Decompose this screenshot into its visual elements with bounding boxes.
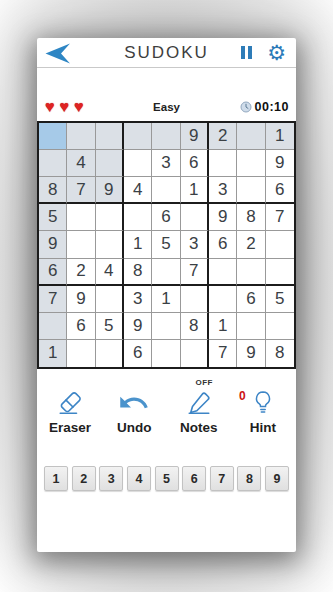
cell-r2c4[interactable]	[124, 150, 152, 177]
cell-r9c4[interactable]: 6	[124, 340, 152, 367]
cell-r8c4[interactable]: 9	[124, 313, 152, 340]
cell-r7c8[interactable]: 6	[237, 286, 265, 313]
cell-r9c6[interactable]	[181, 340, 209, 367]
numpad-key-5[interactable]: 5	[155, 466, 179, 491]
hint-count-badge: 0	[239, 389, 246, 403]
cell-r1c4[interactable]	[124, 123, 152, 150]
cell-r6c2[interactable]: 2	[67, 259, 95, 286]
cell-r9c8[interactable]: 9	[237, 340, 265, 367]
cell-r1c9[interactable]: 1	[266, 123, 294, 150]
cell-r4c7[interactable]: 9	[209, 204, 237, 231]
cell-r2c9[interactable]: 9	[266, 150, 294, 177]
cell-r3c4[interactable]: 4	[124, 177, 152, 204]
cell-r8c6[interactable]: 8	[181, 313, 209, 340]
cell-r2c8[interactable]	[237, 150, 265, 177]
sudoku-board: 9214369879413656987915362624877931656598…	[37, 121, 296, 369]
cell-r5c6[interactable]: 3	[181, 231, 209, 258]
cell-r8c9[interactable]	[266, 313, 294, 340]
numpad-key-7[interactable]: 7	[210, 466, 234, 491]
cell-r3c5[interactable]	[152, 177, 180, 204]
lightbulb-icon	[251, 386, 275, 416]
cell-r3c1[interactable]: 8	[39, 177, 67, 204]
cell-r2c1[interactable]	[39, 150, 67, 177]
cell-r3c3[interactable]: 9	[96, 177, 124, 204]
pause-button[interactable]	[239, 44, 254, 61]
numpad-key-9[interactable]: 9	[265, 466, 289, 491]
cell-r6c1[interactable]: 6	[39, 259, 67, 286]
cell-r2c5[interactable]: 3	[152, 150, 180, 177]
cell-r4c8[interactable]: 8	[237, 204, 265, 231]
header: SUDOKU ⚙	[37, 38, 296, 68]
cell-r3c6[interactable]: 1	[181, 177, 209, 204]
cell-r9c5[interactable]	[152, 340, 180, 367]
toolbar: Eraser Undo OFF Notes 0	[37, 386, 296, 444]
numpad-key-1[interactable]: 1	[44, 466, 68, 491]
cell-r4c2[interactable]	[67, 204, 95, 231]
cell-r5c4[interactable]: 1	[124, 231, 152, 258]
cell-r4c4[interactable]	[124, 204, 152, 231]
cell-r7c6[interactable]	[181, 286, 209, 313]
cell-r2c3[interactable]	[96, 150, 124, 177]
cell-r8c8[interactable]	[237, 313, 265, 340]
cell-r1c6[interactable]: 9	[181, 123, 209, 150]
cell-r7c7[interactable]	[209, 286, 237, 313]
cell-r7c4[interactable]: 3	[124, 286, 152, 313]
pencil-icon	[186, 386, 212, 416]
cell-r5c5[interactable]: 5	[152, 231, 180, 258]
cell-r7c1[interactable]: 7	[39, 286, 67, 313]
numpad-key-3[interactable]: 3	[99, 466, 123, 491]
cell-r3c8[interactable]	[237, 177, 265, 204]
cell-r6c4[interactable]: 8	[124, 259, 152, 286]
cell-r1c7[interactable]: 2	[209, 123, 237, 150]
eraser-label: Eraser	[49, 420, 91, 435]
cell-r5c1[interactable]: 9	[39, 231, 67, 258]
cell-r6c6[interactable]: 7	[181, 259, 209, 286]
cell-r1c1[interactable]	[39, 123, 67, 150]
cell-r3c2[interactable]: 7	[67, 177, 95, 204]
notes-state-badge: OFF	[196, 378, 214, 387]
cell-r5c9[interactable]	[266, 231, 294, 258]
numpad-key-6[interactable]: 6	[182, 466, 206, 491]
cell-r1c3[interactable]	[96, 123, 124, 150]
app-card: SUDOKU ⚙ ♥♥♥ Easy 00:10 9214369879413656…	[37, 38, 296, 552]
pause-icon	[241, 46, 245, 59]
cell-r9c7[interactable]: 7	[209, 340, 237, 367]
header-actions: ⚙	[239, 38, 286, 67]
cell-r9c1[interactable]: 1	[39, 340, 67, 367]
cell-r2c7[interactable]	[209, 150, 237, 177]
eraser-button[interactable]: Eraser	[47, 386, 93, 444]
cell-r7c3[interactable]	[96, 286, 124, 313]
hint-button[interactable]: 0 Hint	[240, 386, 286, 444]
cell-r6c5[interactable]	[152, 259, 180, 286]
cell-r5c7[interactable]: 6	[209, 231, 237, 258]
cell-r4c3[interactable]	[96, 204, 124, 231]
status-bar: ♥♥♥ Easy 00:10	[37, 98, 296, 118]
cell-r5c2[interactable]	[67, 231, 95, 258]
cell-r3c9[interactable]: 6	[266, 177, 294, 204]
timer: 00:10	[255, 100, 289, 114]
cell-r1c8[interactable]	[237, 123, 265, 150]
timer-wrap: 00:10	[240, 100, 289, 114]
cell-r6c7[interactable]	[209, 259, 237, 286]
cell-r7c9[interactable]: 5	[266, 286, 294, 313]
cell-r8c3[interactable]: 5	[96, 313, 124, 340]
cell-r8c5[interactable]	[152, 313, 180, 340]
numpad-key-2[interactable]: 2	[72, 466, 96, 491]
gear-icon[interactable]: ⚙	[267, 42, 286, 63]
cell-r5c8[interactable]: 2	[237, 231, 265, 258]
cell-r9c2[interactable]	[67, 340, 95, 367]
hint-label: Hint	[250, 420, 276, 435]
numpad-key-8[interactable]: 8	[237, 466, 261, 491]
cell-r6c3[interactable]: 4	[96, 259, 124, 286]
undo-icon	[119, 386, 149, 416]
cell-r5c3[interactable]	[96, 231, 124, 258]
cell-r4c9[interactable]: 7	[266, 204, 294, 231]
cell-r1c2[interactable]	[67, 123, 95, 150]
cell-r8c7[interactable]: 1	[209, 313, 237, 340]
cell-r4c1[interactable]: 5	[39, 204, 67, 231]
cell-r6c8[interactable]	[237, 259, 265, 286]
notes-button[interactable]: OFF Notes	[176, 386, 222, 444]
eraser-icon	[57, 386, 83, 416]
cell-r2c6[interactable]: 6	[181, 150, 209, 177]
cell-r4c6[interactable]	[181, 204, 209, 231]
cell-r7c5[interactable]: 1	[152, 286, 180, 313]
cell-r9c3[interactable]	[96, 340, 124, 367]
undo-label: Undo	[117, 420, 152, 435]
cell-r9c9[interactable]: 8	[266, 340, 294, 367]
cell-r8c2[interactable]: 6	[67, 313, 95, 340]
cell-r8c1[interactable]	[39, 313, 67, 340]
cell-r6c9[interactable]	[266, 259, 294, 286]
cell-r2c2[interactable]: 4	[67, 150, 95, 177]
cell-r1c5[interactable]	[152, 123, 180, 150]
numpad-key-4[interactable]: 4	[127, 466, 151, 491]
numpad: 123456789	[44, 466, 289, 492]
cell-r7c2[interactable]: 9	[67, 286, 95, 313]
notes-label: Notes	[180, 420, 218, 435]
undo-button[interactable]: Undo	[111, 386, 157, 444]
cell-r4c5[interactable]: 6	[152, 204, 180, 231]
cell-r3c7[interactable]: 3	[209, 177, 237, 204]
clock-icon	[240, 101, 252, 113]
